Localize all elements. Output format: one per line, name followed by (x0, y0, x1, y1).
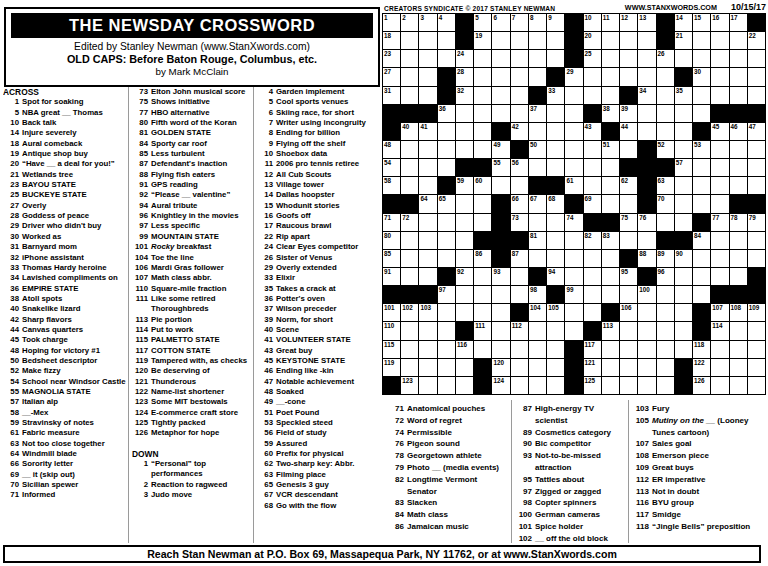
grid-cell[interactable] (638, 50, 655, 67)
grid-cell[interactable]: 77 (711, 214, 728, 231)
grid-cell[interactable]: 76 (638, 214, 655, 231)
grid-cell[interactable]: 20 (584, 32, 601, 49)
grid-cell[interactable] (492, 32, 509, 49)
grid-cell[interactable] (474, 50, 491, 67)
grid-cell[interactable] (730, 359, 747, 376)
grid-cell[interactable] (584, 177, 601, 194)
grid-cell[interactable] (474, 87, 491, 104)
grid-cell[interactable] (730, 268, 747, 285)
grid-cell[interactable] (675, 141, 692, 158)
grid-cell[interactable] (730, 322, 747, 339)
grid-cell[interactable]: 89 (657, 250, 674, 267)
grid-cell[interactable] (419, 87, 436, 104)
grid-cell[interactable] (529, 322, 546, 339)
grid-cell[interactable] (675, 286, 692, 303)
grid-cell[interactable] (675, 105, 692, 122)
grid-cell[interactable] (620, 377, 637, 394)
grid-cell[interactable] (565, 105, 582, 122)
grid-cell[interactable]: 58 (383, 177, 400, 194)
grid-cell[interactable] (456, 141, 473, 158)
grid-cell[interactable] (529, 214, 546, 231)
grid-cell[interactable]: 32 (456, 87, 473, 104)
grid-cell[interactable]: 35 (675, 87, 692, 104)
grid-cell[interactable]: 24 (456, 50, 473, 67)
grid-cell[interactable] (547, 141, 564, 158)
grid-cell[interactable] (547, 232, 564, 249)
grid-cell[interactable] (657, 68, 674, 85)
grid-cell[interactable]: 78 (730, 214, 747, 231)
grid-cell[interactable]: 95 (620, 268, 637, 285)
grid-cell[interactable]: 91 (383, 268, 400, 285)
grid-cell[interactable]: 70 (657, 195, 674, 212)
grid-cell[interactable]: 36 (438, 105, 455, 122)
grid-cell[interactable]: 106 (620, 304, 637, 321)
grid-cell[interactable] (511, 377, 528, 394)
grid-cell[interactable] (511, 50, 528, 67)
grid-cell[interactable] (419, 68, 436, 85)
grid-cell[interactable] (638, 359, 655, 376)
grid-cell[interactable] (711, 377, 728, 394)
grid-cell[interactable] (474, 341, 491, 358)
grid-cell[interactable] (438, 123, 455, 140)
grid-cell[interactable] (401, 359, 418, 376)
grid-cell[interactable]: 97 (438, 286, 455, 303)
grid-cell[interactable] (584, 87, 601, 104)
grid-cell[interactable] (730, 32, 747, 49)
grid-cell[interactable]: 120 (492, 359, 509, 376)
grid-cell[interactable] (602, 50, 619, 67)
grid-cell[interactable] (748, 322, 765, 339)
grid-cell[interactable] (730, 87, 747, 104)
grid-cell[interactable]: 48 (383, 141, 400, 158)
grid-cell[interactable] (565, 304, 582, 321)
grid-cell[interactable]: 34 (638, 87, 655, 104)
grid-cell[interactable] (693, 87, 710, 104)
grid-cell[interactable]: 72 (401, 214, 418, 231)
grid-cell[interactable]: 123 (401, 377, 418, 394)
grid-cell[interactable] (456, 195, 473, 212)
grid-cell[interactable] (711, 141, 728, 158)
grid-cell[interactable]: 22 (748, 32, 765, 49)
grid-cell[interactable]: 87 (511, 250, 528, 267)
grid-cell[interactable]: 45 (711, 123, 728, 140)
grid-cell[interactable] (675, 177, 692, 194)
grid-cell[interactable]: 42 (511, 123, 528, 140)
grid-cell[interactable] (456, 105, 473, 122)
grid-cell[interactable] (584, 68, 601, 85)
grid-cell[interactable] (419, 214, 436, 231)
grid-cell[interactable] (419, 377, 436, 394)
grid-cell[interactable]: 108 (730, 304, 747, 321)
grid-cell[interactable]: 107 (711, 304, 728, 321)
grid-cell[interactable] (638, 232, 655, 249)
grid-cell[interactable] (547, 377, 564, 394)
grid-cell[interactable]: 3 (419, 14, 436, 31)
grid-cell[interactable] (438, 359, 455, 376)
grid-cell[interactable]: 1 (383, 14, 400, 31)
grid-cell[interactable] (748, 341, 765, 358)
grid-cell[interactable] (748, 141, 765, 158)
grid-cell[interactable]: 124 (492, 377, 509, 394)
grid-cell[interactable] (638, 105, 655, 122)
grid-cell[interactable] (492, 286, 509, 303)
grid-cell[interactable] (675, 341, 692, 358)
grid-cell[interactable]: 27 (383, 68, 400, 85)
grid-cell[interactable] (492, 304, 509, 321)
grid-cell[interactable]: 66 (511, 195, 528, 212)
grid-cell[interactable]: 10 (584, 14, 601, 31)
grid-cell[interactable] (474, 268, 491, 285)
grid-cell[interactable] (456, 304, 473, 321)
grid-cell[interactable] (584, 250, 601, 267)
grid-cell[interactable]: 25 (584, 50, 601, 67)
grid-cell[interactable] (529, 359, 546, 376)
grid-cell[interactable] (511, 105, 528, 122)
grid-cell[interactable] (693, 268, 710, 285)
grid-cell[interactable] (711, 341, 728, 358)
grid-cell[interactable] (711, 268, 728, 285)
grid-cell[interactable] (620, 341, 637, 358)
grid-cell[interactable]: 75 (620, 214, 637, 231)
grid-cell[interactable]: 88 (638, 250, 655, 267)
grid-cell[interactable] (657, 304, 674, 321)
grid-cell[interactable] (693, 250, 710, 267)
grid-cell[interactable] (730, 141, 747, 158)
grid-cell[interactable] (438, 141, 455, 158)
grid-cell[interactable]: 65 (438, 195, 455, 212)
grid-cell[interactable] (638, 304, 655, 321)
grid-cell[interactable] (456, 377, 473, 394)
grid-cell[interactable] (711, 177, 728, 194)
grid-cell[interactable] (620, 141, 637, 158)
grid-cell[interactable] (748, 87, 765, 104)
grid-cell[interactable]: 64 (419, 195, 436, 212)
grid-cell[interactable]: 33 (547, 87, 564, 104)
grid-cell[interactable]: 116 (456, 341, 473, 358)
grid-cell[interactable] (620, 359, 637, 376)
grid-cell[interactable] (693, 32, 710, 49)
grid-cell[interactable]: 7 (511, 14, 528, 31)
grid-cell[interactable]: 29 (565, 68, 582, 85)
grid-cell[interactable] (547, 105, 564, 122)
grid-cell[interactable] (730, 341, 747, 358)
grid-cell[interactable] (748, 232, 765, 249)
grid-cell[interactable] (638, 341, 655, 358)
grid-cell[interactable] (401, 341, 418, 358)
grid-cell[interactable] (730, 177, 747, 194)
grid-cell[interactable]: 90 (675, 250, 692, 267)
grid-cell[interactable] (401, 232, 418, 249)
grid-cell[interactable] (711, 87, 728, 104)
grid-cell[interactable] (529, 50, 546, 67)
grid-cell[interactable] (602, 32, 619, 49)
grid-cell[interactable] (492, 322, 509, 339)
grid-cell[interactable] (529, 159, 546, 176)
grid-cell[interactable] (547, 50, 564, 67)
grid-cell[interactable] (620, 68, 637, 85)
grid-cell[interactable] (419, 50, 436, 67)
grid-cell[interactable] (602, 87, 619, 104)
grid-cell[interactable] (730, 159, 747, 176)
grid-cell[interactable]: 80 (383, 232, 400, 249)
grid-cell[interactable]: 23 (383, 50, 400, 67)
grid-cell[interactable] (748, 68, 765, 85)
grid-cell[interactable] (693, 159, 710, 176)
grid-cell[interactable]: 84 (693, 232, 710, 249)
grid-cell[interactable] (602, 268, 619, 285)
grid-cell[interactable] (711, 159, 728, 176)
grid-cell[interactable] (456, 359, 473, 376)
grid-cell[interactable] (438, 32, 455, 49)
grid-cell[interactable] (675, 322, 692, 339)
grid-cell[interactable] (620, 195, 637, 212)
grid-cell[interactable] (602, 159, 619, 176)
grid-cell[interactable] (620, 32, 637, 49)
grid-cell[interactable] (492, 50, 509, 67)
grid-cell[interactable] (657, 286, 674, 303)
grid-cell[interactable] (748, 50, 765, 67)
grid-cell[interactable]: 110 (383, 322, 400, 339)
grid-cell[interactable] (657, 123, 674, 140)
grid-cell[interactable] (675, 123, 692, 140)
grid-cell[interactable]: 113 (602, 322, 619, 339)
grid-cell[interactable] (693, 195, 710, 212)
grid-cell[interactable]: 126 (693, 377, 710, 394)
grid-cell[interactable] (711, 50, 728, 67)
grid-cell[interactable] (657, 359, 674, 376)
grid-cell[interactable]: 46 (730, 123, 747, 140)
grid-cell[interactable] (419, 232, 436, 249)
grid-cell[interactable]: 73 (511, 214, 528, 231)
grid-cell[interactable] (638, 68, 655, 85)
grid-cell[interactable]: 114 (711, 322, 728, 339)
grid-cell[interactable] (474, 286, 491, 303)
grid-cell[interactable] (657, 341, 674, 358)
grid-cell[interactable] (511, 286, 528, 303)
grid-cell[interactable]: 68 (547, 195, 564, 212)
grid-cell[interactable] (529, 377, 546, 394)
grid-cell[interactable] (474, 195, 491, 212)
grid-cell[interactable]: 74 (565, 214, 582, 231)
grid-cell[interactable]: 60 (474, 177, 491, 194)
grid-cell[interactable]: 11 (602, 14, 619, 31)
grid-cell[interactable]: 17 (730, 14, 747, 31)
grid-cell[interactable] (638, 377, 655, 394)
grid-cell[interactable]: 63 (657, 177, 674, 194)
grid-cell[interactable]: 82 (584, 232, 601, 249)
grid-cell[interactable] (419, 341, 436, 358)
grid-cell[interactable]: 61 (565, 177, 582, 194)
grid-cell[interactable] (565, 159, 582, 176)
grid-cell[interactable] (401, 32, 418, 49)
grid-cell[interactable]: 43 (584, 123, 601, 140)
grid-cell[interactable] (711, 195, 728, 212)
grid-cell[interactable] (711, 232, 728, 249)
grid-cell[interactable] (419, 32, 436, 49)
grid-cell[interactable]: 53 (693, 141, 710, 158)
grid-cell[interactable] (438, 322, 455, 339)
grid-cell[interactable] (693, 50, 710, 67)
grid-cell[interactable] (730, 68, 747, 85)
grid-cell[interactable]: 100 (638, 286, 655, 303)
grid-cell[interactable] (602, 359, 619, 376)
grid-cell[interactable] (748, 359, 765, 376)
grid-cell[interactable]: 21 (675, 32, 692, 49)
grid-cell[interactable]: 102 (401, 304, 418, 321)
grid-cell[interactable]: 55 (492, 159, 509, 176)
grid-cell[interactable]: 38 (602, 105, 619, 122)
grid-cell[interactable] (492, 105, 509, 122)
grid-cell[interactable] (456, 123, 473, 140)
grid-cell[interactable] (602, 286, 619, 303)
grid-cell[interactable] (456, 214, 473, 231)
grid-cell[interactable] (675, 268, 692, 285)
grid-cell[interactable]: 122 (693, 359, 710, 376)
grid-cell[interactable] (474, 105, 491, 122)
grid-cell[interactable]: 94 (547, 268, 564, 285)
grid-cell[interactable]: 93 (492, 268, 509, 285)
grid-cell[interactable] (693, 177, 710, 194)
grid-cell[interactable]: 9 (547, 14, 564, 31)
grid-cell[interactable] (565, 141, 582, 158)
grid-cell[interactable] (657, 105, 674, 122)
grid-cell[interactable] (620, 286, 637, 303)
grid-cell[interactable] (638, 123, 655, 140)
grid-cell[interactable] (419, 177, 436, 194)
grid-cell[interactable] (401, 250, 418, 267)
grid-cell[interactable]: 83 (602, 232, 619, 249)
grid-cell[interactable] (492, 68, 509, 85)
grid-cell[interactable]: 44 (620, 123, 637, 140)
grid-cell[interactable] (711, 32, 728, 49)
grid-cell[interactable]: 41 (419, 123, 436, 140)
grid-cell[interactable] (657, 322, 674, 339)
grid-cell[interactable] (657, 214, 674, 231)
grid-cell[interactable] (438, 232, 455, 249)
grid-cell[interactable] (565, 268, 582, 285)
grid-cell[interactable] (693, 286, 710, 303)
grid-cell[interactable]: 69 (584, 195, 601, 212)
grid-cell[interactable] (401, 141, 418, 158)
grid-cell[interactable] (730, 377, 747, 394)
grid-cell[interactable] (529, 250, 546, 267)
grid-cell[interactable]: 98 (529, 286, 546, 303)
grid-cell[interactable] (419, 250, 436, 267)
grid-cell[interactable] (438, 377, 455, 394)
grid-cell[interactable]: 40 (401, 123, 418, 140)
grid-cell[interactable]: 12 (620, 14, 637, 31)
grid-cell[interactable] (401, 159, 418, 176)
grid-cell[interactable]: 54 (383, 159, 400, 176)
grid-cell[interactable] (401, 68, 418, 85)
grid-cell[interactable] (547, 32, 564, 49)
grid-cell[interactable]: 118 (693, 341, 710, 358)
grid-cell[interactable] (547, 123, 564, 140)
grid-cell[interactable] (438, 250, 455, 267)
grid-cell[interactable] (730, 232, 747, 249)
grid-cell[interactable]: 56 (511, 159, 528, 176)
grid-cell[interactable]: 50 (529, 141, 546, 158)
grid-cell[interactable]: 86 (474, 250, 491, 267)
grid-cell[interactable] (657, 87, 674, 104)
grid-cell[interactable] (474, 123, 491, 140)
grid-cell[interactable]: 57 (675, 159, 692, 176)
grid-cell[interactable]: 96 (657, 268, 674, 285)
grid-cell[interactable] (438, 214, 455, 231)
grid-cell[interactable] (438, 304, 455, 321)
grid-cell[interactable]: 15 (693, 14, 710, 31)
grid-cell[interactable]: 85 (383, 250, 400, 267)
grid-cell[interactable] (711, 68, 728, 85)
grid-cell[interactable] (730, 250, 747, 267)
grid-cell[interactable]: 109 (748, 304, 765, 321)
grid-cell[interactable]: 112 (511, 322, 528, 339)
grid-cell[interactable] (456, 232, 473, 249)
grid-cell[interactable]: 39 (620, 105, 637, 122)
grid-cell[interactable]: 104 (529, 304, 546, 321)
grid-cell[interactable] (584, 286, 601, 303)
grid-cell[interactable]: 31 (383, 87, 400, 104)
grid-cell[interactable] (584, 304, 601, 321)
grid-cell[interactable] (419, 159, 436, 176)
grid-cell[interactable]: 49 (492, 141, 509, 158)
grid-cell[interactable]: 81 (529, 232, 546, 249)
grid-cell[interactable] (419, 359, 436, 376)
grid-cell[interactable]: 13 (638, 14, 655, 31)
grid-cell[interactable] (401, 177, 418, 194)
grid-cell[interactable] (474, 214, 491, 231)
grid-cell[interactable] (547, 250, 564, 267)
grid-cell[interactable] (602, 195, 619, 212)
grid-cell[interactable] (547, 322, 564, 339)
grid-cell[interactable] (584, 159, 601, 176)
grid-cell[interactable] (419, 268, 436, 285)
grid-cell[interactable] (620, 50, 637, 67)
grid-cell[interactable] (474, 68, 491, 85)
grid-cell[interactable] (565, 322, 582, 339)
grid-cell[interactable] (492, 87, 509, 104)
grid-cell[interactable] (584, 268, 601, 285)
grid-cell[interactable]: 19 (474, 32, 491, 49)
grid-cell[interactable] (638, 32, 655, 49)
grid-cell[interactable] (529, 341, 546, 358)
grid-cell[interactable]: 111 (474, 322, 491, 339)
grid-cell[interactable] (748, 177, 765, 194)
grid-cell[interactable]: 79 (748, 214, 765, 231)
grid-cell[interactable] (602, 250, 619, 267)
grid-cell[interactable] (456, 286, 473, 303)
grid-cell[interactable]: 105 (547, 304, 564, 321)
grid-cell[interactable] (711, 250, 728, 267)
grid-cell[interactable] (511, 68, 528, 85)
grid-cell[interactable] (529, 32, 546, 49)
grid-cell[interactable] (456, 250, 473, 267)
grid-cell[interactable]: 119 (383, 359, 400, 376)
grid-cell[interactable] (511, 341, 528, 358)
grid-cell[interactable] (565, 250, 582, 267)
grid-cell[interactable] (602, 68, 619, 85)
grid-cell[interactable]: 92 (456, 268, 473, 285)
grid-cell[interactable]: 14 (675, 14, 692, 31)
grid-cell[interactable]: 51 (602, 141, 619, 158)
grid-cell[interactable] (511, 87, 528, 104)
grid-cell[interactable] (584, 141, 601, 158)
grid-cell[interactable] (748, 250, 765, 267)
grid-cell[interactable]: 59 (456, 177, 473, 194)
grid-cell[interactable]: 4 (438, 14, 455, 31)
grid-cell[interactable]: 125 (584, 377, 601, 394)
grid-cell[interactable] (693, 105, 710, 122)
